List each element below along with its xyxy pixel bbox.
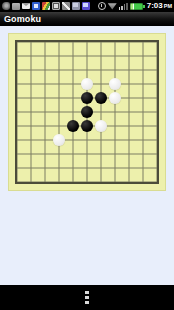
stone-black [81,106,94,119]
monitor-app-icon [82,2,90,10]
slash-app-icon [62,2,70,10]
sd-card-icon [12,3,20,10]
notification-bullet-icon [2,2,10,10]
stone-black [95,92,108,105]
content-area [0,33,174,292]
stone-black [81,92,94,105]
signal-icon [119,2,128,10]
app-title: Gomoku [4,14,41,24]
status-bar: 7:03PM [0,0,174,12]
gray-app-icon [72,2,80,10]
stone-black [67,120,80,133]
stone-white [109,92,122,105]
notification-icons [2,2,90,10]
wifi-icon [108,3,117,10]
stone-black [81,120,94,133]
battery-icon [130,3,143,10]
stone-white [109,78,122,91]
alarm-icon [98,2,106,10]
time-suffix: PM [164,3,172,9]
board-grid[interactable] [15,40,159,184]
status-clock: 7:03PM [147,0,172,12]
blue-app-icon [32,2,40,10]
stones-layer [10,35,164,189]
stone-white [95,120,108,133]
stone-white [53,134,66,147]
gomoku-board[interactable] [8,33,166,191]
system-icons: 7:03PM [98,0,172,12]
title-bar: Gomoku [0,12,174,26]
phone-screen: 7:03PM Gomoku [0,0,174,310]
envelope-icon [22,3,30,9]
time-text: 7:03 [147,1,163,10]
menu-button[interactable] [82,288,92,308]
navigation-bar [0,285,174,310]
photo-icon [42,2,50,10]
stone-white [81,78,94,91]
screenshot-icon [52,2,60,10]
